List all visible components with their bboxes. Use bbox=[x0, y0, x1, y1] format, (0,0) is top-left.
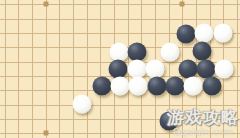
white-stone bbox=[214, 23, 233, 42]
grid-line-vertical bbox=[73, 0, 74, 138]
white-stone bbox=[111, 76, 130, 95]
black-stone bbox=[176, 24, 195, 43]
black-stone bbox=[160, 111, 179, 130]
grid-line-horizontal bbox=[0, 19, 240, 20]
star-point bbox=[43, 131, 48, 136]
white-stone bbox=[160, 42, 179, 61]
black-stone bbox=[147, 76, 166, 95]
grid-line-vertical bbox=[46, 0, 47, 138]
white-stone bbox=[184, 76, 203, 95]
white-stone bbox=[73, 94, 92, 113]
grid-line-vertical bbox=[5, 0, 6, 138]
grid-line-vertical bbox=[87, 0, 88, 138]
grid-line-horizontal bbox=[0, 4, 240, 5]
white-stone bbox=[129, 76, 148, 95]
grid-line-horizontal bbox=[0, 105, 240, 106]
white-stone bbox=[215, 60, 234, 79]
star-point bbox=[43, 2, 48, 7]
watermark-site: Qqaiqin.com bbox=[167, 127, 239, 137]
black-stone bbox=[166, 76, 185, 95]
grid-line-vertical bbox=[59, 0, 60, 138]
grid-line-horizontal bbox=[0, 133, 240, 134]
white-stone bbox=[109, 42, 128, 61]
white-stone bbox=[195, 24, 214, 43]
star-point bbox=[180, 2, 185, 7]
black-stone bbox=[92, 76, 111, 95]
black-stone bbox=[127, 42, 146, 61]
grid-line-vertical bbox=[237, 0, 238, 138]
gomoku-board[interactable]: 游戏攻略 Qqaiqin.com bbox=[0, 0, 240, 138]
grid-line-vertical bbox=[18, 0, 19, 138]
grid-line-vertical bbox=[100, 0, 101, 138]
grid-line-vertical bbox=[32, 0, 33, 138]
black-stone bbox=[192, 41, 211, 60]
grid-line-horizontal bbox=[0, 119, 240, 120]
black-stone bbox=[202, 76, 221, 95]
